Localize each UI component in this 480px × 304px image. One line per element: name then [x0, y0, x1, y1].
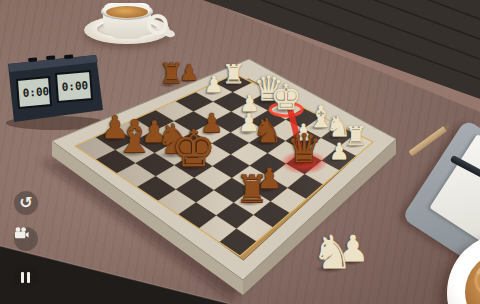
piece-brown-q-g3[interactable]: ♛ [286, 129, 322, 169]
piece-white-p-h2[interactable]: ♟ [329, 140, 349, 163]
pause-button[interactable] [13, 265, 37, 289]
piece-white-r-a1[interactable]: ♜ [222, 61, 245, 87]
movie-camera-icon [14, 227, 29, 239]
piece-brown-b-b7[interactable]: ♝ [115, 113, 156, 159]
camera-button[interactable] [14, 227, 38, 251]
piece-white-p-a2[interactable]: ♟ [204, 73, 224, 96]
undo-button[interactable]: ↺ [14, 191, 38, 215]
piece-brown-k-d6[interactable]: ♚ [171, 123, 216, 173]
chess-game-scene: 0:000:00 ♜♛♚♝♞♜♟♟♟♟♟♞♛♟♟♟♞♚♜♟♝♜♟♞♟ ↺ [0, 0, 480, 304]
piece-brown-r-g6[interactable]: ♜ [235, 171, 269, 208]
table-front-edge [0, 0, 480, 304]
piece-brown-n-e3[interactable]: ♞ [252, 114, 282, 148]
piece-white-k-d1[interactable]: ♚ [270, 80, 302, 115]
undo-icon: ↺ [19, 195, 32, 211]
pause-icon [21, 272, 30, 283]
captured-brown-r[interactable]: ♜ [158, 60, 183, 88]
captured-white-n[interactable]: ♞ [311, 229, 352, 275]
